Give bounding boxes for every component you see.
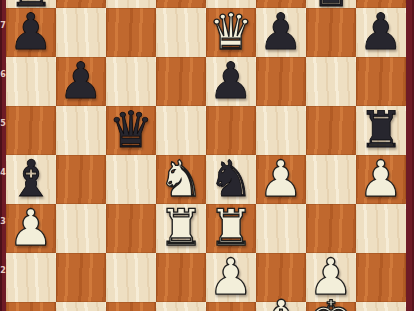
square-c6: [106, 57, 156, 106]
black-pawn-h7: ♟: [359, 8, 404, 57]
square-h3: [356, 204, 406, 253]
square-b4: [56, 155, 106, 204]
white-pawn-f4: ♟: [259, 155, 304, 204]
square-c5: ♛: [106, 106, 156, 155]
square-h1: [356, 302, 406, 311]
square-d8: [156, 0, 206, 8]
chess-board-screenshot: ♜♚♟♛♟♟♟♟♛♜♝♞♞♟♟♟♜♜♟♟♝♚ 765432: [0, 0, 414, 311]
square-b6: ♟: [56, 57, 106, 106]
white-rook-d3: ♜: [159, 204, 204, 253]
square-f7: ♟: [256, 8, 306, 57]
white-pawn-e2: ♟: [209, 253, 254, 302]
white-pawn-a3: ♟: [9, 204, 54, 253]
black-pawn-e6: ♟: [209, 57, 254, 106]
square-a4: ♝: [6, 155, 56, 204]
square-b8: [56, 0, 106, 8]
square-e4: ♞: [206, 155, 256, 204]
black-queen-c5: ♛: [109, 106, 154, 155]
square-g6: [306, 57, 356, 106]
square-f1: ♝: [256, 302, 306, 311]
square-c4: [106, 155, 156, 204]
square-b3: [56, 204, 106, 253]
square-c7: [106, 8, 156, 57]
square-e2: ♟: [206, 253, 256, 302]
white-knight-d4: ♞: [159, 155, 204, 204]
square-d7: [156, 8, 206, 57]
square-g5: [306, 106, 356, 155]
square-c8: [106, 0, 156, 8]
chess-board: ♜♚♟♛♟♟♟♟♛♜♝♞♞♟♟♟♜♜♟♟♝♚: [6, 0, 406, 311]
white-queen-e7: ♛: [209, 8, 254, 57]
square-b1: [56, 302, 106, 311]
square-c3: [106, 204, 156, 253]
black-knight-e4: ♞: [209, 155, 254, 204]
square-h6: [356, 57, 406, 106]
square-g8: ♚: [306, 0, 356, 8]
square-a2: [6, 253, 56, 302]
square-d3: ♜: [156, 204, 206, 253]
square-f5: [256, 106, 306, 155]
square-g7: [306, 8, 356, 57]
square-g1: ♚: [306, 302, 356, 311]
square-e7: ♛: [206, 8, 256, 57]
rank-label-3: 3: [0, 217, 6, 226]
black-rook-h5: ♜: [359, 106, 404, 155]
square-c2: [106, 253, 156, 302]
square-e5: [206, 106, 256, 155]
square-d2: [156, 253, 206, 302]
square-d4: ♞: [156, 155, 206, 204]
square-e1: [206, 302, 256, 311]
square-e3: ♜: [206, 204, 256, 253]
black-pawn-b6: ♟: [59, 57, 104, 106]
square-h7: ♟: [356, 8, 406, 57]
square-h4: ♟: [356, 155, 406, 204]
white-bishop-f1: ♝: [259, 295, 304, 311]
square-h5: ♜: [356, 106, 406, 155]
square-a5: [6, 106, 56, 155]
black-pawn-a7: ♟: [9, 8, 54, 57]
square-f3: [256, 204, 306, 253]
white-pawn-h4: ♟: [359, 155, 404, 204]
square-b5: [56, 106, 106, 155]
white-rook-e3: ♜: [209, 204, 254, 253]
black-pawn-f7: ♟: [259, 8, 304, 57]
square-a6: [6, 57, 56, 106]
square-b2: [56, 253, 106, 302]
square-h2: [356, 253, 406, 302]
square-d5: [156, 106, 206, 155]
square-a3: ♟: [6, 204, 56, 253]
square-f6: [256, 57, 306, 106]
rank-label-5: 5: [0, 119, 6, 128]
square-g4: [306, 155, 356, 204]
square-f4: ♟: [256, 155, 306, 204]
square-a7: ♟: [6, 8, 56, 57]
square-d1: [156, 302, 206, 311]
square-b7: [56, 8, 106, 57]
rank-label-7: 7: [0, 21, 6, 30]
rank-label-6: 6: [0, 70, 6, 79]
square-e6: ♟: [206, 57, 256, 106]
rank-label-2: 2: [0, 266, 6, 275]
square-g3: [306, 204, 356, 253]
rank-label-4: 4: [0, 168, 6, 177]
square-d6: [156, 57, 206, 106]
square-a1: [6, 302, 56, 311]
white-king-g1: ♚: [309, 295, 354, 311]
black-bishop-a4: ♝: [9, 155, 54, 204]
square-c1: [106, 302, 156, 311]
